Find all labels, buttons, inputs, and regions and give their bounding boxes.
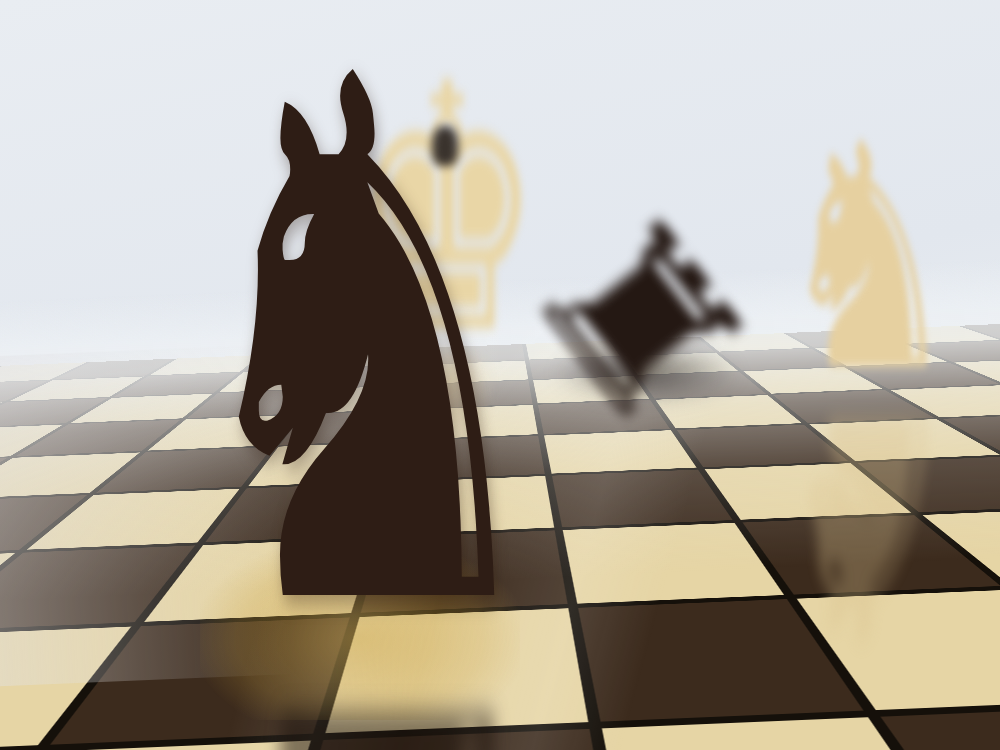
board-square <box>880 706 1000 750</box>
white-knight: ♞ <box>766 104 971 414</box>
black-knight: ♞ <box>166 0 513 706</box>
chess-photo-scene: ♞ ♞ ♚ ♜ ♞ ♞ <box>0 0 1000 750</box>
board-square <box>552 470 733 528</box>
